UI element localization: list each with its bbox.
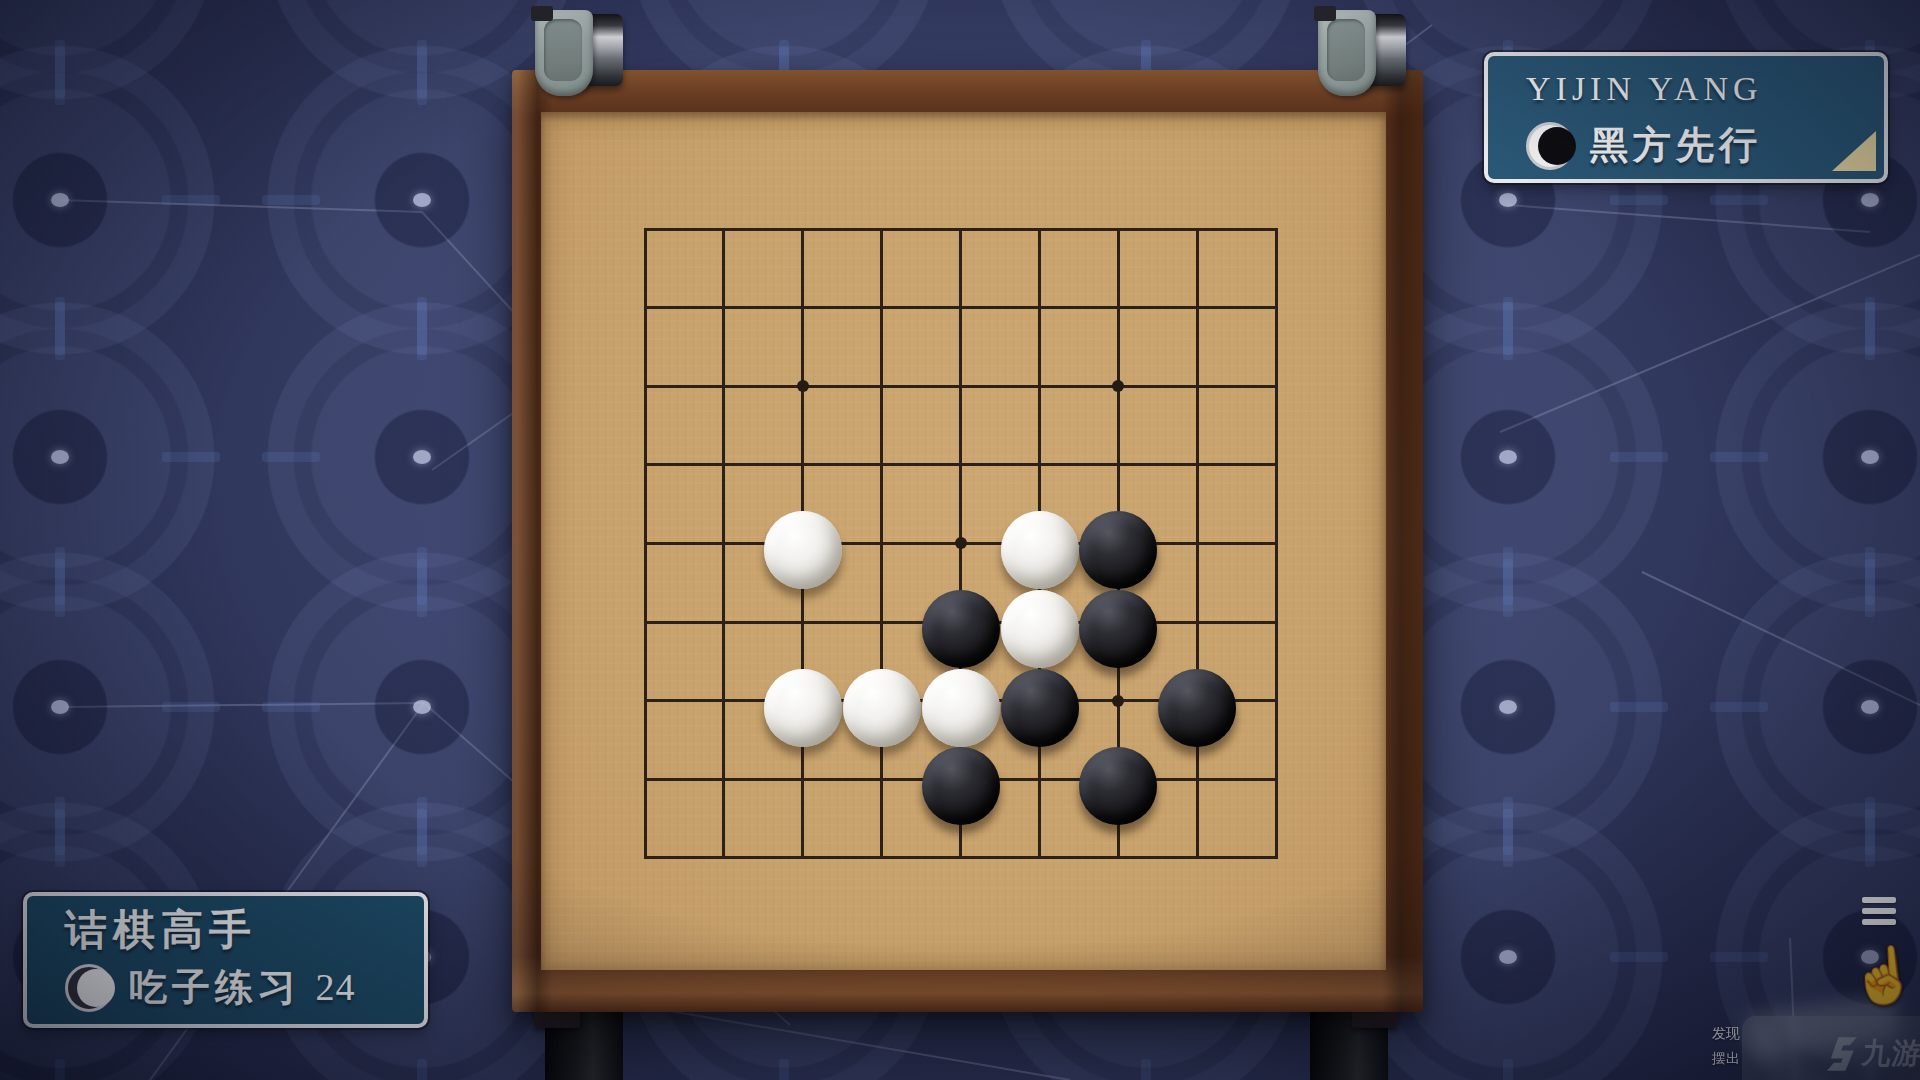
bg-trace [1710, 702, 1768, 712]
menu-bar [1862, 919, 1896, 925]
white-stone[interactable] [843, 669, 921, 747]
bg-node-dot [51, 700, 69, 714]
bg-node-dot [1499, 193, 1517, 207]
bg-trace [1865, 297, 1875, 355]
white-stone[interactable] [764, 669, 842, 747]
bg-trace [55, 1059, 65, 1080]
bg-trace [55, 297, 65, 355]
bg-trace [1865, 797, 1875, 855]
hand-pointer-icon: ☝ [1847, 941, 1920, 1011]
black-stone-icon [1526, 122, 1574, 170]
bg-ring [0, 45, 215, 355]
bg-trace [1503, 559, 1513, 617]
watermark-glyph-icon [1824, 1036, 1858, 1072]
player-panel: YIJIN YANG 黑方先行 [1484, 52, 1888, 183]
puzzle-subtitle-row: 吃子练习 24 [65, 962, 356, 1013]
grid-line-horizontal [644, 856, 1278, 859]
bg-node-dot [1861, 193, 1879, 207]
turn-label: 黑方先行 [1590, 120, 1762, 171]
bg-trace [417, 297, 427, 355]
bg-trace [417, 47, 427, 105]
white-stone[interactable] [922, 669, 1000, 747]
bg-trace [1710, 195, 1768, 205]
grid-line-vertical [1196, 228, 1199, 860]
stone-icon-shade [77, 969, 115, 1007]
star-point [797, 380, 809, 392]
bg-trace [162, 452, 220, 462]
white-stone-icon [65, 964, 113, 1012]
turn-indicator: 黑方先行 [1526, 120, 1762, 171]
star-point [955, 537, 967, 549]
black-stone[interactable] [1079, 590, 1157, 668]
white-stone[interactable] [764, 511, 842, 589]
bg-trace [55, 302, 65, 360]
panel-corner-triangle[interactable] [1832, 131, 1876, 171]
bg-node-dot [51, 193, 69, 207]
black-stone[interactable] [1079, 511, 1157, 589]
bg-trace [1710, 452, 1768, 462]
bg-trace [1865, 559, 1875, 617]
bg-trace [55, 47, 65, 105]
watermark-logo: 九游 [1824, 1034, 1920, 1074]
star-point [1112, 695, 1124, 707]
bg-ring [0, 0, 215, 100]
bg-trace [1141, 1059, 1151, 1080]
hint-line1: 发现 [1712, 1021, 1740, 1046]
bg-ring [0, 302, 215, 612]
bg-node-dot [1861, 450, 1879, 464]
bg-trace [417, 559, 427, 617]
hint-line2: 摆出 [1712, 1046, 1740, 1071]
black-stone[interactable] [922, 590, 1000, 668]
bg-trace [1503, 547, 1513, 605]
bg-node-dot [413, 450, 431, 464]
clamp-front-tab [1318, 10, 1376, 96]
clamp-front-tab [535, 10, 593, 96]
bg-trace [262, 452, 320, 462]
clamp-left [533, 10, 625, 96]
bg-trace [417, 40, 427, 98]
menu-bar [1862, 908, 1896, 914]
bg-node-dot [1499, 450, 1517, 464]
bg-node-dot [1861, 700, 1879, 714]
bg-trace [417, 1059, 427, 1080]
stone-icon-shade [1538, 127, 1576, 165]
hint-text: 发现 摆出 [1712, 1021, 1740, 1071]
bg-node-dot [51, 450, 69, 464]
clamp-front-panel [1327, 19, 1365, 81]
grid-line-vertical [1275, 228, 1278, 860]
bg-node-dot [1499, 700, 1517, 714]
clamp-front-panel [544, 19, 582, 81]
star-point [1112, 380, 1124, 392]
bg-trace [262, 195, 320, 205]
bg-trace [1610, 952, 1668, 962]
bg-trace [1865, 809, 1875, 867]
bg-trace [1865, 547, 1875, 605]
bg-trace [55, 809, 65, 867]
bg-ring [0, 552, 215, 862]
menu-bar [1862, 897, 1896, 903]
bg-trace [162, 702, 220, 712]
clamp-cap [1314, 6, 1336, 21]
bg-trace [1503, 1059, 1513, 1080]
puzzle-title: 诘棋高手 [65, 902, 257, 958]
bg-trace [417, 547, 427, 605]
bg-trace [262, 702, 320, 712]
puzzle-number: 24 [316, 966, 356, 1008]
black-stone[interactable] [1158, 669, 1236, 747]
bg-trace [55, 547, 65, 605]
bg-trace [55, 797, 65, 855]
player-name: YIJIN YANG [1526, 70, 1763, 108]
go-board[interactable] [541, 112, 1386, 970]
game-screen: YIJIN YANG 黑方先行 诘棋高手 吃子练习 24 发现 摆出 [0, 0, 1920, 1080]
puzzle-panel: 诘棋高手 吃子练习 24 [23, 892, 428, 1028]
clamp-cap [531, 6, 553, 21]
white-stone[interactable] [1001, 590, 1079, 668]
bg-node-dot [413, 193, 431, 207]
clamp-right [1316, 10, 1408, 96]
bg-trace [779, 1059, 789, 1080]
bg-trace [1710, 952, 1768, 962]
bg-trace [1503, 809, 1513, 867]
bg-trace [1865, 302, 1875, 360]
board-surface [541, 112, 1386, 970]
watermark-text: 九游 [1860, 1034, 1920, 1074]
bg-trace [1610, 452, 1668, 462]
puzzle-subtitle: 吃子练习 24 [129, 962, 356, 1013]
hamburger-menu-icon[interactable] [1862, 897, 1896, 927]
bg-ring [1715, 302, 1920, 612]
white-stone[interactable] [1001, 511, 1079, 589]
bg-node-dot [1499, 950, 1517, 964]
black-stone[interactable] [1079, 747, 1157, 825]
bg-trace [417, 797, 427, 855]
bg-trace [417, 809, 427, 867]
bg-trace [417, 302, 427, 360]
bg-trace [1503, 302, 1513, 360]
black-stone[interactable] [922, 747, 1000, 825]
bg-trace [162, 195, 220, 205]
bg-trace [1503, 297, 1513, 355]
bg-node-dot [413, 700, 431, 714]
bg-trace [1503, 797, 1513, 855]
bg-trace [1610, 195, 1668, 205]
black-stone[interactable] [1001, 669, 1079, 747]
bg-trace [55, 559, 65, 617]
board-frame [512, 70, 1423, 1012]
bg-ring [1715, 552, 1920, 862]
bg-trace [55, 40, 65, 98]
bg-trace [1610, 702, 1668, 712]
